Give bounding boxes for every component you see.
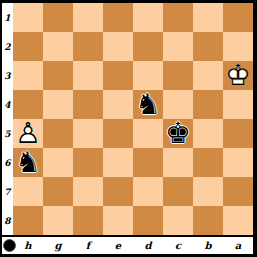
square-g5[interactable]	[43, 119, 73, 148]
rank-label-4: 4	[2, 90, 13, 119]
square-b4[interactable]	[193, 90, 223, 119]
square-h5[interactable]: ♟♙	[13, 119, 43, 148]
square-f7[interactable]	[73, 177, 103, 206]
square-b5[interactable]	[193, 119, 223, 148]
square-f5[interactable]	[73, 119, 103, 148]
rank-label-2: 2	[2, 32, 13, 61]
square-c2[interactable]	[163, 32, 193, 61]
square-b3[interactable]	[193, 61, 223, 90]
square-h6[interactable]: ♞	[13, 148, 43, 177]
square-b1[interactable]	[193, 3, 223, 32]
rank-label-5: 5	[2, 119, 13, 148]
square-d1[interactable]	[133, 3, 163, 32]
rank-labels: 12345678	[2, 3, 13, 235]
square-f4[interactable]	[73, 90, 103, 119]
file-label-c: c	[163, 240, 193, 251]
square-b7[interactable]	[193, 177, 223, 206]
square-b8[interactable]	[193, 206, 223, 235]
square-e1[interactable]	[103, 3, 133, 32]
file-label-h: h	[13, 240, 43, 251]
square-e5[interactable]	[103, 119, 133, 148]
square-e4[interactable]	[103, 90, 133, 119]
square-h1[interactable]	[13, 3, 43, 32]
square-e6[interactable]	[103, 148, 133, 177]
rank-label-1: 1	[2, 3, 13, 32]
file-label-g: g	[43, 240, 73, 251]
square-b6[interactable]	[193, 148, 223, 177]
square-e3[interactable]	[103, 61, 133, 90]
square-g2[interactable]	[43, 32, 73, 61]
square-g4[interactable]	[43, 90, 73, 119]
square-c1[interactable]	[163, 3, 193, 32]
black-knight[interactable]: ♞	[135, 90, 161, 119]
rank-label-8: 8	[2, 206, 13, 235]
square-h4[interactable]	[13, 90, 43, 119]
file-label-b: b	[193, 240, 223, 251]
square-c4[interactable]	[163, 90, 193, 119]
file-labels-strip: hgfedcba	[2, 235, 253, 254]
square-f8[interactable]	[73, 206, 103, 235]
chess-board: ♚♔♞♟♙♚♞	[13, 3, 253, 235]
square-b2[interactable]	[193, 32, 223, 61]
square-e2[interactable]	[103, 32, 133, 61]
square-h3[interactable]	[13, 61, 43, 90]
black-knight[interactable]: ♞	[15, 148, 41, 177]
square-h8[interactable]	[13, 206, 43, 235]
square-e8[interactable]	[103, 206, 133, 235]
square-a6[interactable]	[223, 148, 253, 177]
square-c7[interactable]	[163, 177, 193, 206]
square-a8[interactable]	[223, 206, 253, 235]
rank-label-7: 7	[2, 177, 13, 206]
square-g6[interactable]	[43, 148, 73, 177]
square-a3[interactable]: ♚♔	[223, 61, 253, 90]
square-f1[interactable]	[73, 3, 103, 32]
square-d4[interactable]: ♞	[133, 90, 163, 119]
square-c6[interactable]	[163, 148, 193, 177]
square-g1[interactable]	[43, 3, 73, 32]
square-d8[interactable]	[133, 206, 163, 235]
square-c8[interactable]	[163, 206, 193, 235]
square-f3[interactable]	[73, 61, 103, 90]
file-label-a: a	[223, 240, 253, 251]
black-king[interactable]: ♚	[165, 119, 191, 148]
square-a4[interactable]	[223, 90, 253, 119]
square-d5[interactable]	[133, 119, 163, 148]
square-d2[interactable]	[133, 32, 163, 61]
square-a5[interactable]	[223, 119, 253, 148]
square-g7[interactable]	[43, 177, 73, 206]
square-d6[interactable]	[133, 148, 163, 177]
square-a1[interactable]	[223, 3, 253, 32]
rank-label-3: 3	[2, 61, 13, 90]
square-e7[interactable]	[103, 177, 133, 206]
square-g8[interactable]	[43, 206, 73, 235]
file-label-d: d	[133, 240, 163, 251]
chess-diagram: 12345678 ♚♔♞♟♙♚♞ hgfedcba	[0, 0, 257, 257]
square-c5[interactable]: ♚	[163, 119, 193, 148]
square-a7[interactable]	[223, 177, 253, 206]
file-label-e: e	[103, 240, 133, 251]
square-h7[interactable]	[13, 177, 43, 206]
square-d7[interactable]	[133, 177, 163, 206]
white-king[interactable]: ♚♔	[225, 61, 251, 90]
white-pawn[interactable]: ♟♙	[15, 119, 41, 148]
file-label-f: f	[73, 240, 103, 251]
square-d3[interactable]	[133, 61, 163, 90]
square-a2[interactable]	[223, 32, 253, 61]
square-f2[interactable]	[73, 32, 103, 61]
rank-label-6: 6	[2, 148, 13, 177]
square-c3[interactable]	[163, 61, 193, 90]
square-g3[interactable]	[43, 61, 73, 90]
square-f6[interactable]	[73, 148, 103, 177]
square-h2[interactable]	[13, 32, 43, 61]
